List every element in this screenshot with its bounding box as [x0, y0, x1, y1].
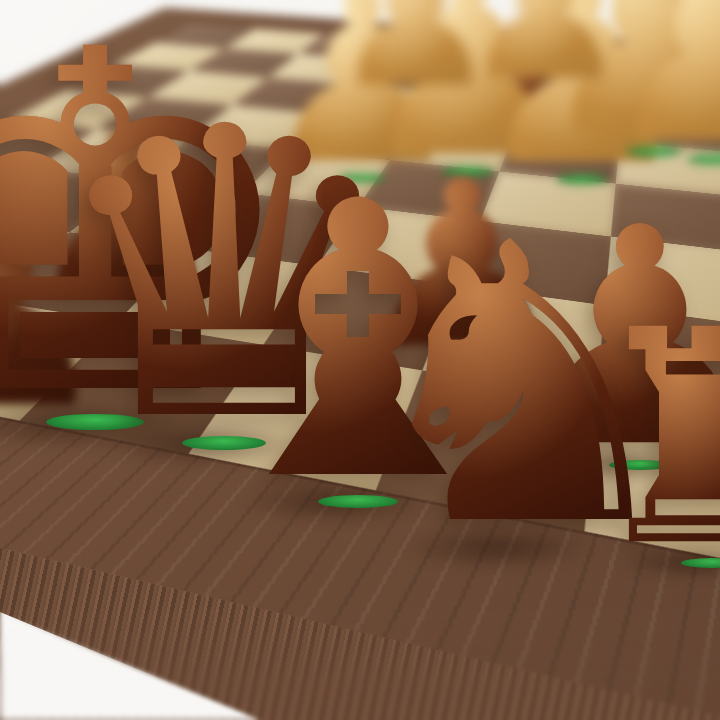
piece-black-rook: ♜: [580, 292, 720, 587]
chess-photo-scene: ♚♛♟♝♞♜♟♟♟♟♟♟♟♟♟♟♟: [0, 0, 720, 720]
piece-white-pawn: ♟: [460, 0, 630, 108]
